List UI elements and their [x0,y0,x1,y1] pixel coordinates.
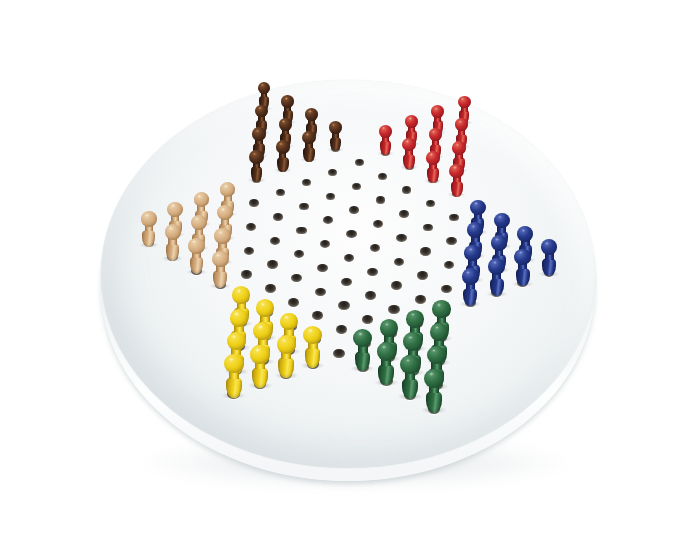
peg-green-glint [358,332,362,335]
hole[interactable] [378,173,387,180]
peg-natural-glint [221,208,225,211]
hole[interactable] [341,278,352,286]
hole[interactable] [270,237,280,245]
hole[interactable] [446,237,456,245]
hole[interactable] [444,261,455,269]
peg-brown-glint [308,110,311,112]
peg-natural[interactable] [164,224,181,260]
hole[interactable] [338,301,349,310]
hole[interactable] [449,214,459,222]
hole[interactable] [267,260,278,268]
peg-blue-base [490,278,504,297]
peg-blue[interactable] [488,258,506,296]
peg-yellow-glint [308,329,312,332]
peg-brown-head [255,105,268,118]
peg-brown-glint [258,107,261,109]
peg-red-head [458,96,471,108]
peg-red-head [426,151,440,165]
peg-yellow-head [227,332,246,350]
hole[interactable] [296,227,306,235]
peg-red-head [452,141,466,155]
peg-blue[interactable] [540,239,558,276]
peg-natural[interactable] [140,211,157,246]
hole[interactable] [355,159,364,166]
peg-red-head [455,118,468,131]
board-holes-layer [0,0,700,551]
peg-yellow-glint [255,348,260,351]
hole[interactable] [367,268,378,276]
hole[interactable] [415,295,426,304]
peg-green-head [430,323,449,341]
hole[interactable] [249,199,259,207]
peg-brown-head [305,108,318,121]
peg-natural-head [141,211,157,226]
peg-blue-head [541,239,558,255]
peg-red[interactable] [378,125,392,155]
hole[interactable] [402,186,411,193]
peg-yellow[interactable] [223,354,244,398]
peg-red[interactable] [402,138,417,169]
peg-yellow-head [224,354,244,373]
hole[interactable] [399,210,409,218]
peg-yellow-glint [234,312,238,315]
hole[interactable] [391,281,402,290]
peg-natural-glint [198,195,202,198]
peg-brown-glint [282,120,285,122]
peg-yellow-glint [237,289,241,292]
peg-blue-head [467,222,483,238]
peg-yellow-head [250,345,269,364]
peg-red-head [431,105,444,118]
peg-natural-glint [216,254,220,257]
peg-blue-head [517,226,533,242]
hole[interactable] [394,258,405,266]
peg-red-head [405,115,418,128]
peg-brown[interactable] [302,131,317,162]
peg-green-glint [437,303,441,306]
hole[interactable] [312,311,323,320]
peg-green-head [403,332,422,350]
peg-red-glint [435,108,438,110]
hole[interactable] [288,298,299,307]
peg-natural-head [188,238,205,254]
peg-red[interactable] [449,164,464,197]
peg-brown-head [329,121,342,134]
hole[interactable] [420,247,430,255]
peg-green-head [377,342,396,361]
peg-blue-glint [493,261,497,264]
peg-yellow-head [232,286,250,303]
hole[interactable] [246,223,256,231]
peg-yellow[interactable] [276,335,296,378]
peg-green-head [406,310,424,328]
peg-green-head [400,355,420,374]
peg-brown-base [303,147,314,162]
hole[interactable] [244,247,254,255]
hole[interactable] [333,349,345,358]
peg-yellow-glint [261,303,265,306]
peg-natural-glint [169,227,173,230]
peg-green-head [424,369,444,388]
peg-blue-head [494,213,510,228]
peg-red-glint [406,140,409,142]
peg-red-glint [459,121,462,123]
peg-red-head [402,138,416,152]
peg-natural-glint [145,214,149,217]
peg-natural-glint [219,231,223,234]
peg-blue-head [491,235,507,251]
peg-blue[interactable] [461,268,479,307]
peg-green-glint [408,336,412,339]
chinese-checkers-photo [0,0,700,551]
peg-yellow-head [277,335,296,354]
peg-natural-head [191,215,207,230]
hole[interactable] [417,271,428,279]
hole[interactable] [362,315,373,324]
hole[interactable] [441,285,452,294]
peg-green[interactable] [400,355,421,399]
peg-green-glint [406,359,411,362]
peg-brown-head [258,82,271,94]
hole[interactable] [376,196,386,203]
peg-red-head [379,125,393,138]
hole[interactable] [276,189,285,196]
peg-blue-head [462,268,479,285]
peg-natural-head [220,182,235,197]
hole[interactable] [388,305,399,314]
peg-green[interactable] [353,329,373,371]
peg-natural-head [217,205,233,220]
peg-blue-glint [545,242,549,245]
peg-blue-base [542,258,556,276]
hole[interactable] [273,213,283,221]
peg-red-base [427,167,439,183]
hole[interactable] [423,224,433,232]
peg-brown-glint [285,97,288,99]
peg-yellow[interactable] [303,326,323,368]
peg-red-glint [430,153,433,156]
peg-brown-head [252,127,266,140]
peg-brown[interactable] [275,140,290,171]
peg-green[interactable] [423,369,444,413]
hole[interactable] [373,220,383,228]
peg-blue[interactable] [514,249,532,287]
hole[interactable] [349,206,359,214]
hole[interactable] [291,274,302,282]
peg-red-base [451,181,463,197]
peg-natural[interactable] [188,238,205,275]
hole[interactable] [426,200,436,208]
peg-brown-head [302,131,316,144]
peg-yellow-head [230,309,248,327]
hole[interactable] [241,270,252,278]
peg-natural-head [212,251,229,267]
hole[interactable] [299,203,309,211]
hole[interactable] [326,193,335,200]
peg-yellow-head [253,322,272,340]
peg-brown-head [249,150,263,164]
hole[interactable] [315,288,326,297]
peg-blue-head [470,200,486,215]
peg-blue-head [488,258,505,275]
peg-green-glint [429,372,434,375]
hole[interactable] [302,179,311,186]
hole[interactable] [328,169,337,176]
hole[interactable] [294,250,304,258]
hole[interactable] [396,234,406,242]
peg-yellow-head [256,299,274,317]
hole[interactable] [370,244,380,252]
peg-brown-head [281,95,294,107]
peg-red-base [403,154,414,169]
peg-yellow-glint [284,316,288,319]
peg-yellow-head [303,326,322,344]
hole[interactable] [323,216,333,224]
peg-brown-head [276,140,290,154]
peg-yellow-glint [258,325,262,328]
peg-brown-glint [306,133,309,135]
peg-yellow-head [280,313,298,331]
peg-red-glint [409,117,412,119]
peg-green[interactable] [376,342,396,385]
peg-brown-base [277,157,289,172]
peg-natural[interactable] [211,251,229,289]
hole[interactable] [265,284,276,293]
peg-blue-glint [522,229,526,232]
peg-blue-glint [498,216,502,219]
peg-blue-base [516,268,530,286]
peg-green-head [353,329,372,347]
peg-green-head [432,300,450,318]
peg-green-head [427,346,446,365]
hole[interactable] [320,240,330,248]
peg-red[interactable] [425,151,440,183]
hole[interactable] [352,183,361,190]
peg-green-head [380,319,399,337]
peg-red-head [429,128,443,141]
hole[interactable] [336,325,348,334]
hole[interactable] [365,291,376,300]
hole[interactable] [346,230,356,238]
peg-natural-head [194,192,209,207]
peg-red-head [449,164,464,178]
hole[interactable] [344,254,354,262]
peg-blue-glint [469,248,473,251]
peg-natural-head [165,224,181,240]
peg-brown[interactable] [249,150,264,182]
peg-green-glint [385,323,389,326]
peg-yellow[interactable] [250,345,270,388]
peg-natural-head [167,202,183,217]
peg-red-glint [453,166,456,169]
peg-brown-head [279,118,292,131]
peg-natural-glint [224,185,228,188]
peg-green-base [426,391,442,412]
peg-blue-head [464,245,481,261]
peg-brown[interactable] [328,121,342,151]
peg-natural-head [214,228,230,244]
hole[interactable] [317,264,328,272]
